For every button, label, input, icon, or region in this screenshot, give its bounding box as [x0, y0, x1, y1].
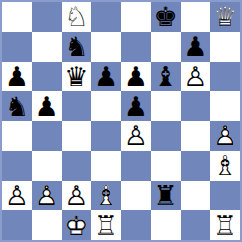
white-pawn: ♙ — [210, 121, 240, 151]
black-queen: ♛ — [62, 62, 92, 92]
square-h6[interactable] — [210, 62, 240, 92]
square-d7[interactable] — [91, 32, 121, 62]
square-h5[interactable] — [210, 91, 240, 121]
square-e4[interactable]: ♟♙ — [121, 121, 151, 151]
white-queen: ♕ — [210, 2, 240, 32]
square-a1[interactable] — [2, 210, 32, 240]
square-h1[interactable]: ♜♖ — [210, 210, 240, 240]
square-f1[interactable] — [151, 210, 181, 240]
square-b6[interactable] — [32, 62, 62, 92]
square-c6[interactable]: ♛ — [62, 62, 92, 92]
black-pawn: ♟ — [181, 32, 211, 62]
square-e6[interactable]: ♟ — [121, 62, 151, 92]
square-f6[interactable]: ♝ — [151, 62, 181, 92]
square-f7[interactable] — [151, 32, 181, 62]
square-a8[interactable] — [2, 2, 32, 32]
square-e7[interactable] — [121, 32, 151, 62]
square-h3[interactable]: ♝♗ — [210, 151, 240, 181]
square-d4[interactable] — [91, 121, 121, 151]
square-d1[interactable]: ♜♖ — [91, 210, 121, 240]
square-h7[interactable] — [210, 32, 240, 62]
white-pawn: ♙ — [62, 181, 92, 211]
square-f3[interactable] — [151, 151, 181, 181]
square-g5[interactable] — [181, 91, 211, 121]
square-d6[interactable]: ♟ — [91, 62, 121, 92]
square-e1[interactable] — [121, 210, 151, 240]
white-pawn: ♙ — [32, 181, 62, 211]
chess-board-container: ♞♘♚♛♕♞♟♟♛♟♟♝♟♙♞♟♟♟♙♟♙♝♗♟♙♟♙♟♙♝♗♜♚♔♜♖♜♖ — [0, 0, 242, 242]
black-knight: ♞ — [2, 91, 32, 121]
square-f2[interactable]: ♜ — [151, 181, 181, 211]
black-pawn: ♟ — [91, 62, 121, 92]
white-king: ♔ — [62, 210, 92, 240]
black-knight: ♞ — [62, 32, 92, 62]
square-b7[interactable] — [32, 32, 62, 62]
black-pawn: ♟ — [2, 62, 32, 92]
square-g1[interactable] — [181, 210, 211, 240]
black-rook: ♜ — [151, 181, 181, 211]
square-b8[interactable] — [32, 2, 62, 32]
square-h2[interactable] — [210, 181, 240, 211]
square-a6[interactable]: ♟ — [2, 62, 32, 92]
square-b3[interactable] — [32, 151, 62, 181]
square-f4[interactable] — [151, 121, 181, 151]
square-a4[interactable] — [2, 121, 32, 151]
chess-board: ♞♘♚♛♕♞♟♟♛♟♟♝♟♙♞♟♟♟♙♟♙♝♗♟♙♟♙♟♙♝♗♜♚♔♜♖♜♖ — [0, 0, 242, 242]
square-g2[interactable] — [181, 181, 211, 211]
black-bishop: ♝ — [151, 62, 181, 92]
black-pawn: ♟ — [121, 62, 151, 92]
square-b4[interactable] — [32, 121, 62, 151]
square-e8[interactable] — [121, 2, 151, 32]
square-g7[interactable]: ♟ — [181, 32, 211, 62]
square-g4[interactable] — [181, 121, 211, 151]
square-e2[interactable] — [121, 181, 151, 211]
square-f5[interactable] — [151, 91, 181, 121]
square-a7[interactable] — [2, 32, 32, 62]
white-pawn: ♙ — [2, 181, 32, 211]
square-f8[interactable]: ♚ — [151, 2, 181, 32]
square-b2[interactable]: ♟♙ — [32, 181, 62, 211]
square-h8[interactable]: ♛♕ — [210, 2, 240, 32]
black-pawn: ♟ — [32, 91, 62, 121]
square-c5[interactable] — [62, 91, 92, 121]
square-a5[interactable]: ♞ — [2, 91, 32, 121]
square-d2[interactable]: ♝♗ — [91, 181, 121, 211]
square-g6[interactable]: ♟♙ — [181, 62, 211, 92]
square-c1[interactable]: ♚♔ — [62, 210, 92, 240]
white-pawn: ♙ — [181, 62, 211, 92]
white-rook: ♖ — [91, 210, 121, 240]
square-a2[interactable]: ♟♙ — [2, 181, 32, 211]
square-d8[interactable] — [91, 2, 121, 32]
square-g3[interactable] — [181, 151, 211, 181]
black-pawn: ♟ — [121, 91, 151, 121]
square-a3[interactable] — [2, 151, 32, 181]
square-e5[interactable]: ♟ — [121, 91, 151, 121]
white-pawn: ♙ — [121, 121, 151, 151]
white-bishop: ♗ — [210, 151, 240, 181]
white-rook: ♖ — [210, 210, 240, 240]
square-c4[interactable] — [62, 121, 92, 151]
square-e3[interactable] — [121, 151, 151, 181]
square-d5[interactable] — [91, 91, 121, 121]
square-b5[interactable]: ♟ — [32, 91, 62, 121]
black-king: ♚ — [151, 2, 181, 32]
square-g8[interactable] — [181, 2, 211, 32]
square-h4[interactable]: ♟♙ — [210, 121, 240, 151]
square-c8[interactable]: ♞♘ — [62, 2, 92, 32]
square-c2[interactable]: ♟♙ — [62, 181, 92, 211]
square-c3[interactable] — [62, 151, 92, 181]
square-c7[interactable]: ♞ — [62, 32, 92, 62]
white-knight: ♘ — [62, 2, 92, 32]
square-d3[interactable] — [91, 151, 121, 181]
square-b1[interactable] — [32, 210, 62, 240]
white-bishop: ♗ — [91, 181, 121, 211]
